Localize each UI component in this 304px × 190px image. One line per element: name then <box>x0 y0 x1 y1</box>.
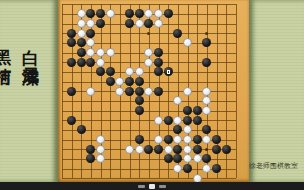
rewind-icon[interactable] <box>138 185 145 188</box>
black-stone <box>173 154 182 163</box>
black-stone <box>67 87 76 96</box>
black-stone <box>193 145 202 154</box>
black-stone <box>125 19 134 28</box>
white-stone <box>135 19 144 28</box>
black-stone <box>193 116 202 125</box>
watermark-text: 徐老师围棋教室 <box>249 161 303 171</box>
white-stone <box>77 29 86 38</box>
white-stone <box>144 87 153 96</box>
white-stone <box>173 164 182 173</box>
black-stone <box>125 87 134 96</box>
player-info: 黑 柯洁 白 元晟溱 <box>0 36 41 54</box>
black-stone <box>67 58 76 67</box>
white-stone <box>86 48 95 57</box>
black-stone <box>154 87 163 96</box>
black-stone <box>183 164 192 173</box>
black-stone <box>135 96 144 105</box>
white-stone <box>164 145 173 154</box>
white-stone <box>154 9 163 18</box>
white-stone <box>183 87 192 96</box>
black-stone <box>106 67 115 76</box>
black-stone <box>154 48 163 57</box>
black-stone <box>183 116 192 125</box>
black-stone <box>202 154 211 163</box>
black-player-column: 黑 柯洁 <box>0 36 13 54</box>
white-stone <box>115 77 124 86</box>
black-stone <box>77 58 86 67</box>
black-stone <box>86 58 95 67</box>
forward-icon[interactable] <box>159 185 166 188</box>
black-stone <box>135 87 144 96</box>
last-move-marker <box>167 70 171 74</box>
white-stone <box>106 9 115 18</box>
black-stone <box>164 116 173 125</box>
right-tatami-panel: 徐老师围棋教室 <box>249 0 304 182</box>
black-stone <box>86 145 95 154</box>
video-control-bar[interactable] <box>0 182 304 190</box>
black-stone <box>193 106 202 115</box>
white-stone <box>86 38 95 47</box>
white-stone <box>144 58 153 67</box>
black-stone <box>144 145 153 154</box>
white-stone <box>202 87 211 96</box>
white-stone <box>115 87 124 96</box>
black-stone <box>67 38 76 47</box>
white-stone <box>135 145 144 154</box>
white-stone <box>125 145 134 154</box>
black-stone <box>86 9 95 18</box>
white-stone <box>183 145 192 154</box>
black-stone <box>77 125 86 134</box>
white-stone <box>144 48 153 57</box>
black-stone <box>212 145 221 154</box>
black-stone <box>164 154 173 163</box>
white-stone <box>202 106 211 115</box>
black-stone <box>96 67 105 76</box>
black-stone <box>77 48 86 57</box>
white-stone <box>96 135 105 144</box>
black-stone <box>173 125 182 134</box>
white-stone <box>183 38 192 47</box>
black-stone <box>202 58 211 67</box>
white-stone <box>144 9 153 18</box>
black-stone <box>202 38 211 47</box>
play-pause-button[interactable] <box>149 184 155 189</box>
black-stone <box>135 135 144 144</box>
white-player-column: 白 元晟溱 <box>21 36 41 54</box>
white-stone <box>154 135 163 144</box>
black-stone <box>135 106 144 115</box>
black-stone <box>77 38 86 47</box>
black-stone <box>125 77 134 86</box>
black-stone <box>135 77 144 86</box>
white-stone <box>202 135 211 144</box>
white-stone <box>183 135 192 144</box>
black-stone <box>154 67 163 76</box>
black-stone <box>154 145 163 154</box>
black-stone <box>193 135 202 144</box>
black-stone <box>154 58 163 67</box>
white-stone <box>96 145 105 154</box>
white-stone <box>173 116 182 125</box>
black-stone <box>212 135 221 144</box>
black-stone <box>144 19 153 28</box>
left-tatami-panel: 黑 柯洁 白 元晟溱 <box>0 0 58 182</box>
white-stone <box>154 116 163 125</box>
black-stone <box>96 9 105 18</box>
white-stone <box>106 48 115 57</box>
black-stone <box>67 29 76 38</box>
black-stone <box>86 29 95 38</box>
black-stone <box>164 9 173 18</box>
black-stone <box>212 164 221 173</box>
white-stone <box>77 9 86 18</box>
white-stone <box>86 87 95 96</box>
black-stone <box>173 29 182 38</box>
black-stone <box>96 19 105 28</box>
black-stone <box>135 9 144 18</box>
black-stone <box>125 9 134 18</box>
white-stone <box>202 96 211 105</box>
white-stone <box>86 19 95 28</box>
white-stone <box>173 96 182 105</box>
white-stone <box>154 19 163 28</box>
white-stone <box>183 154 192 163</box>
video-frame: 黑 柯洁 白 元晟溱 徐老师围棋教室 <box>0 0 304 190</box>
black-stone <box>183 106 192 115</box>
white-stone <box>183 125 192 134</box>
black-stone <box>67 116 76 125</box>
black-stone <box>86 154 95 163</box>
black-stone <box>222 145 231 154</box>
black-stone <box>202 125 211 134</box>
white-stone <box>96 58 105 67</box>
white-stone <box>77 19 86 28</box>
go-board[interactable] <box>58 0 249 182</box>
black-stone <box>173 145 182 154</box>
white-stone <box>193 154 202 163</box>
black-stone <box>164 135 173 144</box>
white-stone <box>135 67 144 76</box>
white-stone <box>173 135 182 144</box>
white-stone <box>125 67 134 76</box>
white-stone <box>96 154 105 163</box>
white-stone <box>202 164 211 173</box>
white-stone <box>96 48 105 57</box>
black-stone <box>106 77 115 86</box>
